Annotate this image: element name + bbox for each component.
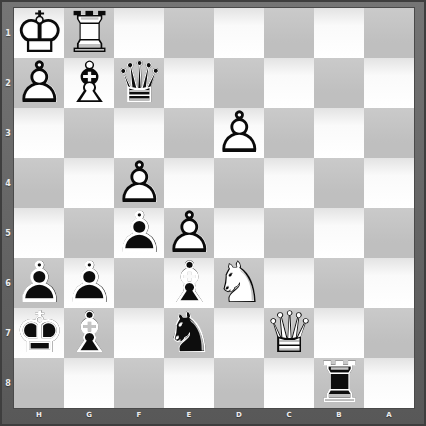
black-rook-glyph-outline: ♖: [314, 358, 364, 408]
square-g3[interactable]: [64, 108, 114, 158]
square-f6[interactable]: [114, 258, 164, 308]
square-e8[interactable]: [164, 358, 214, 408]
square-f8[interactable]: [114, 358, 164, 408]
square-g8[interactable]: [64, 358, 114, 408]
square-g2[interactable]: ♝♗: [64, 58, 114, 108]
square-e1[interactable]: [164, 8, 214, 58]
piece-white-pawn[interactable]: ♟♙: [214, 108, 264, 158]
square-a2[interactable]: [364, 58, 414, 108]
square-a8[interactable]: [364, 358, 414, 408]
square-b3[interactable]: [314, 108, 364, 158]
square-f2[interactable]: ♛♕: [114, 58, 164, 108]
piece-black-bishop[interactable]: ♝♗: [64, 308, 114, 358]
file-label-e: E: [164, 411, 214, 421]
piece-black-pawn[interactable]: ♟♙: [114, 208, 164, 258]
square-b4[interactable]: [314, 158, 364, 208]
square-h4[interactable]: [14, 158, 64, 208]
square-c2[interactable]: [264, 58, 314, 108]
square-a1[interactable]: [364, 8, 414, 58]
piece-white-knight[interactable]: ♞♘: [214, 258, 264, 308]
square-c5[interactable]: [264, 208, 314, 258]
rank-label-3: 3: [2, 108, 14, 158]
rank-label-8: 8: [2, 358, 14, 408]
file-label-c: C: [264, 411, 314, 421]
file-label-h: H: [14, 411, 64, 421]
black-king-glyph-outline: ♔: [14, 308, 64, 358]
square-a3[interactable]: [364, 108, 414, 158]
square-g4[interactable]: [64, 158, 114, 208]
square-c4[interactable]: [264, 158, 314, 208]
black-knight-glyph-outline: ♘: [164, 308, 214, 358]
rank-label-7: 7: [2, 308, 14, 358]
rank-label-2: 2: [2, 58, 14, 108]
square-a7[interactable]: [364, 308, 414, 358]
white-knight-glyph-outline: ♘: [214, 258, 264, 308]
white-pawn-glyph-outline: ♙: [214, 108, 264, 158]
square-a4[interactable]: [364, 158, 414, 208]
square-b8[interactable]: ♜♖: [314, 358, 364, 408]
piece-black-king[interactable]: ♚♔: [14, 308, 64, 358]
black-pawn-glyph-outline: ♙: [114, 208, 164, 258]
square-d8[interactable]: [214, 358, 264, 408]
square-g7[interactable]: ♝♗: [64, 308, 114, 358]
square-h2[interactable]: ♟♙: [14, 58, 64, 108]
piece-white-queen[interactable]: ♛♕: [264, 308, 314, 358]
square-d7[interactable]: [214, 308, 264, 358]
square-h7[interactable]: ♚♔: [14, 308, 64, 358]
square-a6[interactable]: [364, 258, 414, 308]
square-h8[interactable]: [14, 358, 64, 408]
piece-black-knight[interactable]: ♞♘: [164, 308, 214, 358]
file-label-g: G: [64, 411, 114, 421]
square-e7[interactable]: ♞♘: [164, 308, 214, 358]
rank-label-4: 4: [2, 158, 14, 208]
square-e2[interactable]: [164, 58, 214, 108]
square-d1[interactable]: [214, 8, 264, 58]
chess-board: ♚♔♜♖♟♙♝♗♛♕♟♙♟♙♟♙♟♙♟♙♟♙♝♗♞♘♚♔♝♗♞♘♛♕♜♖: [14, 8, 414, 408]
white-pawn-glyph-outline: ♙: [14, 58, 64, 108]
square-h3[interactable]: [14, 108, 64, 158]
square-c1[interactable]: [264, 8, 314, 58]
square-d6[interactable]: ♞♘: [214, 258, 264, 308]
piece-white-bishop[interactable]: ♝♗: [64, 58, 114, 108]
file-label-f: F: [114, 411, 164, 421]
rank-label-5: 5: [2, 208, 14, 258]
piece-black-queen[interactable]: ♛♕: [114, 58, 164, 108]
rank-label-1: 1: [2, 8, 14, 58]
file-label-d: D: [214, 411, 264, 421]
white-bishop-glyph-outline: ♗: [64, 58, 114, 108]
square-b1[interactable]: [314, 8, 364, 58]
black-queen-glyph-outline: ♕: [114, 58, 164, 108]
white-queen-glyph-outline: ♕: [264, 308, 314, 358]
piece-white-pawn[interactable]: ♟♙: [14, 58, 64, 108]
black-bishop-glyph-outline: ♗: [64, 308, 114, 358]
chess-board-frame: ♚♔♜♖♟♙♝♗♛♕♟♙♟♙♟♙♟♙♟♙♟♙♝♗♞♘♚♔♝♗♞♘♛♕♜♖ 123…: [0, 0, 426, 426]
square-b2[interactable]: [314, 58, 364, 108]
square-b6[interactable]: [314, 258, 364, 308]
file-label-a: A: [364, 411, 414, 421]
square-e3[interactable]: [164, 108, 214, 158]
square-f5[interactable]: ♟♙: [114, 208, 164, 258]
square-f7[interactable]: [114, 308, 164, 358]
square-c7[interactable]: ♛♕: [264, 308, 314, 358]
square-d3[interactable]: ♟♙: [214, 108, 264, 158]
square-a5[interactable]: [364, 208, 414, 258]
square-c8[interactable]: [264, 358, 314, 408]
square-b5[interactable]: [314, 208, 364, 258]
rank-label-6: 6: [2, 258, 14, 308]
square-d4[interactable]: [214, 158, 264, 208]
piece-black-rook[interactable]: ♜♖: [314, 358, 364, 408]
square-c3[interactable]: [264, 108, 314, 158]
file-label-b: B: [314, 411, 364, 421]
